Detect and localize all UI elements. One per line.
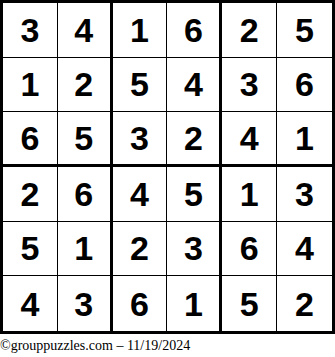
grid-cell-r5c2[interactable]: 1 (58, 222, 113, 277)
grid-cell-r4c5[interactable]: 1 (222, 167, 277, 222)
grid-cell-r4c3[interactable]: 4 (113, 167, 168, 222)
grid-cell-r6c4[interactable]: 1 (167, 276, 222, 331)
grid-cell-r6c5[interactable]: 5 (222, 276, 277, 331)
grid-cell-r3c4[interactable]: 2 (167, 112, 222, 167)
grid-cell-r2c3[interactable]: 5 (113, 58, 168, 113)
grid-cell-r1c6[interactable]: 5 (277, 3, 332, 58)
grid-cell-r2c2[interactable]: 2 (58, 58, 113, 113)
grid-cell-r1c4[interactable]: 6 (167, 3, 222, 58)
grid-cell-r6c3[interactable]: 6 (113, 276, 168, 331)
grid-cell-r4c4[interactable]: 5 (167, 167, 222, 222)
grid-cell-r6c2[interactable]: 3 (58, 276, 113, 331)
grid-cell-r5c3[interactable]: 2 (113, 222, 168, 277)
grid-cell-r3c5[interactable]: 4 (222, 112, 277, 167)
grid-cell-r3c1[interactable]: 6 (3, 112, 58, 167)
grid-cell-r4c2[interactable]: 6 (58, 167, 113, 222)
grid-cell-r2c4[interactable]: 4 (167, 58, 222, 113)
grid-cell-r2c5[interactable]: 3 (222, 58, 277, 113)
grid-cell-r3c6[interactable]: 1 (277, 112, 332, 167)
grid-cell-r1c5[interactable]: 2 (222, 3, 277, 58)
grid-cell-r4c6[interactable]: 3 (277, 167, 332, 222)
footer-credit: ©grouppuzzles.com – 11/19/2024 (0, 338, 190, 354)
sudoku-grid: 341625125436653241264513512364436152 (0, 0, 335, 334)
grid-cell-r1c1[interactable]: 3 (3, 3, 58, 58)
grid-cell-r5c5[interactable]: 6 (222, 222, 277, 277)
grid-cell-r4c1[interactable]: 2 (3, 167, 58, 222)
grid-cell-r5c6[interactable]: 4 (277, 222, 332, 277)
grid-cell-r3c3[interactable]: 3 (113, 112, 168, 167)
grid-cell-r6c6[interactable]: 2 (277, 276, 332, 331)
sudoku-page: 341625125436653241264513512364436152 ©gr… (0, 0, 335, 357)
grid-cell-r6c1[interactable]: 4 (3, 276, 58, 331)
grid-cell-r5c1[interactable]: 5 (3, 222, 58, 277)
grid-cell-r2c1[interactable]: 1 (3, 58, 58, 113)
grid-cell-r2c6[interactable]: 6 (277, 58, 332, 113)
grid-cell-r1c2[interactable]: 4 (58, 3, 113, 58)
grid-cell-r1c3[interactable]: 1 (113, 3, 168, 58)
grid-cell-r3c2[interactable]: 5 (58, 112, 113, 167)
grid-cell-r5c4[interactable]: 3 (167, 222, 222, 277)
